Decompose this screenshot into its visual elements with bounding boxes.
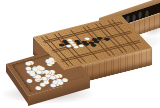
board-point	[141, 46, 145, 48]
scene: ●●●●●● ●●●●●●●●●●●●●●●●●●●●●●●●●●●●●●●●●…	[0, 0, 160, 108]
